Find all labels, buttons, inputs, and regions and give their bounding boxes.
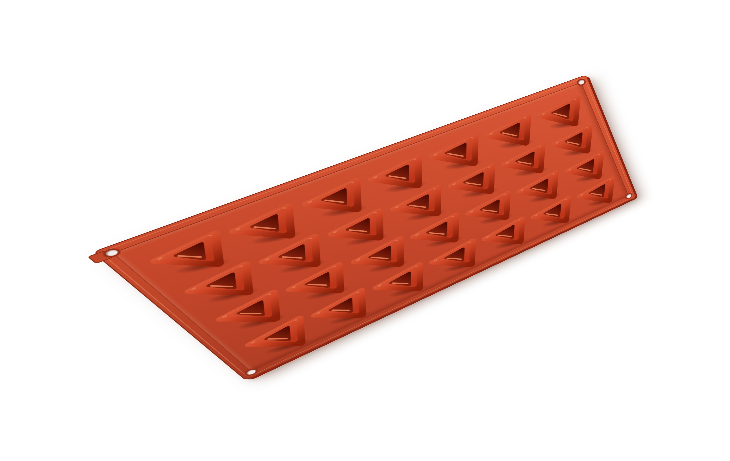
photo-stage	[0, 0, 730, 461]
silicone-mold	[92, 75, 636, 381]
cavity-grid	[94, 75, 636, 380]
